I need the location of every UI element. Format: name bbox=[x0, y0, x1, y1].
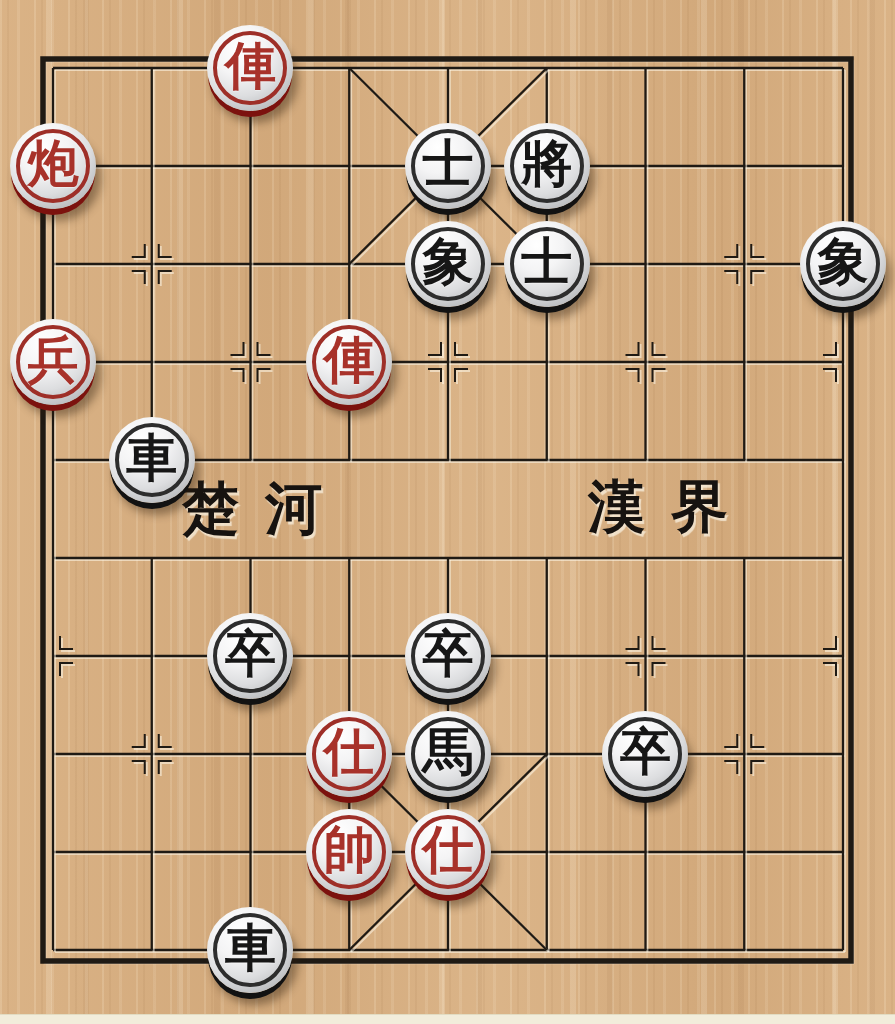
piece-red-chariot[interactable]: 俥 bbox=[306, 319, 392, 405]
piece-red-advisor[interactable]: 仕 bbox=[405, 809, 491, 895]
piece-glyph: 象 bbox=[800, 221, 886, 307]
piece-glyph: 卒 bbox=[405, 613, 491, 699]
piece-glyph: 帥 bbox=[306, 809, 392, 895]
piece-glyph: 仕 bbox=[306, 711, 392, 797]
piece-glyph: 卒 bbox=[207, 613, 293, 699]
piece-red-general[interactable]: 帥 bbox=[306, 809, 392, 895]
piece-grid[interactable]: 俥炮士將象士象兵俥車卒卒仕馬卒帥仕車 bbox=[4, 19, 893, 999]
piece-black-soldier[interactable]: 卒 bbox=[405, 613, 491, 699]
piece-glyph: 車 bbox=[109, 417, 195, 503]
bottom-panel-edge bbox=[0, 1014, 895, 1024]
piece-glyph: 卒 bbox=[602, 711, 688, 797]
piece-black-elephant[interactable]: 象 bbox=[405, 221, 491, 307]
piece-glyph: 仕 bbox=[405, 809, 491, 895]
piece-glyph: 俥 bbox=[306, 319, 392, 405]
xiangqi-app: 楚河 漢界 俥炮士將象士象兵俥車卒卒仕馬卒帥仕車 bbox=[0, 0, 895, 1024]
piece-red-chariot[interactable]: 俥 bbox=[207, 25, 293, 111]
piece-red-soldier[interactable]: 兵 bbox=[10, 319, 96, 405]
piece-red-cannon[interactable]: 炮 bbox=[10, 123, 96, 209]
piece-glyph: 士 bbox=[405, 123, 491, 209]
piece-black-elephant[interactable]: 象 bbox=[800, 221, 886, 307]
piece-red-advisor[interactable]: 仕 bbox=[306, 711, 392, 797]
piece-glyph: 象 bbox=[405, 221, 491, 307]
piece-glyph: 炮 bbox=[10, 123, 96, 209]
piece-black-advisor[interactable]: 士 bbox=[405, 123, 491, 209]
piece-glyph: 俥 bbox=[207, 25, 293, 111]
piece-glyph: 將 bbox=[504, 123, 590, 209]
piece-black-chariot[interactable]: 車 bbox=[109, 417, 195, 503]
piece-black-soldier[interactable]: 卒 bbox=[602, 711, 688, 797]
piece-black-horse[interactable]: 馬 bbox=[405, 711, 491, 797]
piece-glyph: 馬 bbox=[405, 711, 491, 797]
piece-black-general[interactable]: 將 bbox=[504, 123, 590, 209]
piece-glyph: 兵 bbox=[10, 319, 96, 405]
piece-glyph: 士 bbox=[504, 221, 590, 307]
piece-black-soldier[interactable]: 卒 bbox=[207, 613, 293, 699]
piece-black-advisor[interactable]: 士 bbox=[504, 221, 590, 307]
piece-glyph: 車 bbox=[207, 907, 293, 993]
piece-black-chariot[interactable]: 車 bbox=[207, 907, 293, 993]
